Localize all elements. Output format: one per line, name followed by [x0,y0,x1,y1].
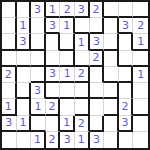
given-digit: 3 [19,36,26,47]
cell-r5-c9[interactable] [119,67,134,83]
cell-r3-c5[interactable] [60,34,75,50]
given-digit: 1 [137,69,144,80]
given-digit: 2 [78,118,85,129]
cell-r7-c6[interactable] [75,99,90,115]
cell-r7-c10[interactable] [133,99,148,115]
cell-r5-c10[interactable]: 1 [133,67,148,83]
cell-r3-c3[interactable] [31,34,46,50]
given-digit: 3 [78,4,85,15]
cell-r2-c3[interactable] [31,18,46,34]
cell-r5-c7[interactable] [90,67,105,83]
cell-r4-c1[interactable] [2,51,17,67]
cell-r7-c3[interactable]: 1 [31,99,46,115]
cell-r9-c3[interactable]: 1 [31,132,46,148]
cell-r7-c5[interactable] [60,99,75,115]
puzzle-board: 31232131323131223121311223112312313 [0,0,150,150]
cell-r3-c2[interactable]: 3 [17,34,32,50]
cell-r5-c6[interactable]: 2 [75,67,90,83]
given-digit: 2 [137,20,144,31]
cell-r2-c4[interactable]: 3 [46,18,61,34]
given-digit: 2 [122,101,129,112]
cell-r8-c8[interactable] [104,116,119,132]
cell-r7-c7[interactable] [90,99,105,115]
given-digit: 1 [34,101,41,112]
cell-r6-c8[interactable] [104,83,119,99]
given-digit: 1 [137,36,144,47]
cell-r7-c4[interactable]: 2 [46,99,61,115]
cell-r1-c10[interactable] [133,2,148,18]
cell-r3-c4[interactable] [46,34,61,50]
cell-r9-c1[interactable] [2,132,17,148]
cell-r6-c2[interactable] [17,83,32,99]
cell-r8-c5[interactable]: 1 [60,116,75,132]
given-digit: 1 [19,117,26,128]
cell-r8-c6[interactable]: 2 [75,116,90,132]
cell-r1-c6[interactable]: 3 [75,2,90,18]
cell-r9-c4[interactable]: 2 [46,132,61,148]
cell-r1-c7[interactable]: 2 [90,2,105,18]
given-digit: 2 [49,101,56,112]
cell-r5-c8[interactable] [104,67,119,83]
given-digit: 3 [93,134,100,145]
cell-r1-c9[interactable] [119,2,134,18]
cell-r4-c6[interactable] [75,51,90,67]
cell-r3-c7[interactable]: 3 [90,34,105,50]
cell-r6-c1[interactable] [2,83,17,99]
given-digit: 1 [49,4,56,15]
cell-r8-c1[interactable]: 3 [2,116,17,132]
cell-r9-c2[interactable] [17,132,32,148]
given-digit: 1 [5,101,12,112]
cell-r5-c5[interactable]: 1 [60,67,75,83]
given-digit: 2 [49,134,56,145]
given-digit: 1 [78,134,85,145]
cell-r9-c6[interactable]: 1 [75,132,90,148]
given-digit: 3 [34,4,41,15]
cell-r2-c9[interactable]: 3 [119,18,134,34]
cell-r1-c3[interactable]: 3 [31,2,46,18]
cell-r1-c1[interactable] [2,2,17,18]
cell-r8-c4[interactable] [46,116,61,132]
given-digit: 3 [49,68,56,79]
cell-r3-c6[interactable]: 1 [75,34,90,50]
cell-r2-c2[interactable]: 1 [17,18,32,34]
cell-r8-c10[interactable] [133,116,148,132]
given-digit: 3 [5,117,12,128]
cell-r8-c9[interactable]: 3 [119,116,134,132]
cell-r2-c1[interactable] [2,18,17,34]
given-digit: 3 [64,134,71,145]
given-digit: 1 [63,117,70,128]
cell-r9-c8[interactable] [104,132,119,148]
cell-r1-c8[interactable] [104,2,119,18]
cell-r4-c10[interactable] [133,51,148,67]
cell-r7-c8[interactable] [104,99,119,115]
cell-r5-c2[interactable] [17,67,32,83]
cell-r2-c10[interactable]: 2 [133,18,148,34]
given-digit: 1 [19,20,26,31]
cell-r6-c7[interactable] [90,83,105,99]
given-digit: 3 [49,20,56,31]
cell-r4-c2[interactable] [17,51,32,67]
cell-r3-c9[interactable] [119,34,134,50]
cell-r6-c4[interactable] [46,83,61,99]
given-digit: 2 [92,4,99,15]
cell-r6-c10[interactable] [133,83,148,99]
cell-r6-c9[interactable] [119,83,134,99]
cell-r8-c2[interactable]: 1 [17,116,32,132]
cell-r9-c5[interactable]: 3 [60,132,75,148]
given-digit: 1 [34,134,41,145]
given-digit: 2 [5,69,12,80]
cell-r5-c1[interactable]: 2 [2,67,17,83]
cell-r3-c1[interactable] [2,34,17,50]
cell-r2-c6[interactable] [75,18,90,34]
cell-r5-c3[interactable] [31,67,46,83]
cell-r6-c3[interactable]: 3 [31,83,46,99]
given-digit: 1 [63,20,70,31]
given-digit: 1 [64,68,71,79]
cell-r8-c3[interactable] [31,116,46,132]
cell-r8-c7[interactable] [90,116,105,132]
cell-r1-c2[interactable] [17,2,32,18]
given-digit: 3 [122,20,129,31]
cell-r1-c4[interactable]: 1 [46,2,61,18]
given-digit: 3 [93,36,100,47]
cell-r3-c10[interactable]: 1 [133,34,148,50]
cell-r3-c8[interactable] [104,34,119,50]
given-digit: 3 [122,117,129,128]
cell-r7-c9[interactable]: 2 [119,99,134,115]
given-digit: 3 [34,85,41,96]
given-digit: 2 [64,4,71,15]
cell-r1-c5[interactable]: 2 [60,2,75,18]
given-digit: 2 [78,68,85,79]
cell-r2-c5[interactable]: 1 [60,18,75,34]
cell-r6-c5[interactable] [60,83,75,99]
cell-r4-c7[interactable]: 2 [90,51,105,67]
cell-r6-c6[interactable] [75,83,90,99]
cell-r4-c5[interactable] [60,51,75,67]
cell-r4-c9[interactable] [119,51,134,67]
cell-r7-c2[interactable] [17,99,32,115]
cell-r4-c3[interactable] [31,51,46,67]
cell-r9-c9[interactable] [119,132,134,148]
cell-r5-c4[interactable]: 3 [46,67,61,83]
given-digit: 1 [78,37,85,48]
cell-r9-c7[interactable]: 3 [90,132,105,148]
cell-r7-c1[interactable]: 1 [2,99,17,115]
cell-r4-c4[interactable] [46,51,61,67]
cell-r2-c7[interactable] [90,18,105,34]
given-digit: 2 [92,52,99,63]
cell-r9-c10[interactable] [133,132,148,148]
cell-r2-c8[interactable] [104,18,119,34]
cell-r4-c8[interactable] [104,51,119,67]
